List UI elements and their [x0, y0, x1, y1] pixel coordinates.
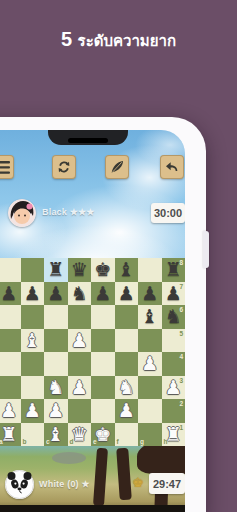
- square-e8[interactable]: ♚: [91, 258, 115, 282]
- black-pawn: ♟: [138, 282, 162, 306]
- rank-label-4: 4: [179, 353, 183, 360]
- square-c2[interactable]: ♟: [44, 399, 68, 423]
- square-g2[interactable]: [138, 399, 162, 423]
- square-e5[interactable]: [91, 329, 115, 353]
- square-d8[interactable]: ♛: [68, 258, 92, 282]
- promo-title-number: 5: [61, 28, 73, 51]
- square-a4[interactable]: [0, 352, 21, 376]
- square-g1[interactable]: g: [138, 423, 162, 447]
- square-c5[interactable]: [44, 329, 68, 353]
- black-player-avatar: [8, 199, 36, 227]
- restart-button[interactable]: [52, 155, 76, 179]
- rank-label-2: 2: [179, 400, 183, 407]
- square-e3[interactable]: [91, 376, 115, 400]
- undo-button[interactable]: [160, 155, 184, 179]
- file-label-e: e: [93, 438, 97, 445]
- white-pawn: ♟: [115, 399, 139, 423]
- rank-label-1: 1: [179, 424, 183, 431]
- square-b3[interactable]: [21, 376, 45, 400]
- white-knight: ♞: [44, 376, 68, 400]
- feather-icon: [109, 159, 125, 175]
- notation-button[interactable]: [105, 155, 129, 179]
- black-pawn: ♟: [44, 282, 68, 306]
- square-f3[interactable]: ♞: [115, 376, 139, 400]
- phone-screen: Black ★★★ 30:00 ♜♛♚♝♜8♟♟♟♞♟♟♟♟7♝♞6♝♟5♟4♞…: [0, 130, 185, 512]
- square-f6[interactable]: [115, 305, 139, 329]
- square-h3[interactable]: ♟3: [162, 376, 186, 400]
- white-knight: ♞: [115, 376, 139, 400]
- black-bishop: ♝: [138, 305, 162, 329]
- square-b6[interactable]: [21, 305, 45, 329]
- square-d6[interactable]: [68, 305, 92, 329]
- file-label-g: g: [140, 438, 144, 445]
- square-e1[interactable]: ♚e: [91, 423, 115, 447]
- square-a2[interactable]: ♟: [0, 399, 21, 423]
- black-pawn: ♟: [21, 282, 45, 306]
- square-a3[interactable]: [0, 376, 21, 400]
- rock: [52, 452, 86, 464]
- square-h4[interactable]: 4: [162, 352, 186, 376]
- square-b4[interactable]: [21, 352, 45, 376]
- square-a1[interactable]: ♜a: [0, 423, 21, 447]
- square-g4[interactable]: ♟: [138, 352, 162, 376]
- square-d5[interactable]: ♟: [68, 329, 92, 353]
- rank-label-6: 6: [179, 306, 183, 313]
- rank-label-8: 8: [179, 259, 183, 266]
- horse-leg: [116, 448, 132, 501]
- file-label-f: f: [117, 438, 119, 445]
- square-g8[interactable]: [138, 258, 162, 282]
- square-c8[interactable]: ♜: [44, 258, 68, 282]
- file-label-c: c: [46, 438, 50, 445]
- file-label-a: a: [0, 438, 3, 445]
- white-pawn: ♟: [138, 352, 162, 376]
- speaker-slot: [68, 138, 108, 143]
- white-player-avatar: [5, 470, 34, 499]
- black-knight: ♞: [68, 282, 92, 306]
- white-pawn: ♟: [0, 399, 21, 423]
- square-b7[interactable]: ♟: [21, 282, 45, 306]
- rank-label-5: 5: [179, 330, 183, 337]
- black-pawn: ♟: [91, 282, 115, 306]
- square-g3[interactable]: [138, 376, 162, 400]
- square-c7[interactable]: ♟: [44, 282, 68, 306]
- phone-notch: [48, 130, 128, 145]
- square-h8[interactable]: ♜8: [162, 258, 186, 282]
- square-d4[interactable]: [68, 352, 92, 376]
- horse-leg: [93, 448, 108, 507]
- square-b5[interactable]: ♝: [21, 329, 45, 353]
- black-pawn: ♟: [0, 282, 21, 306]
- black-player-clock: 30:00: [151, 203, 185, 223]
- black-player-name: Black ★★★: [42, 207, 95, 217]
- refresh-icon: [56, 159, 72, 175]
- square-e4[interactable]: [91, 352, 115, 376]
- square-d7[interactable]: ♞: [68, 282, 92, 306]
- black-pawn: ♟: [115, 282, 139, 306]
- bottom-dark-strip: [0, 505, 185, 512]
- file-label-h: h: [164, 438, 168, 445]
- white-pawn: ♟: [44, 399, 68, 423]
- turn-indicator-icon: ♚: [132, 476, 144, 490]
- square-f5[interactable]: [115, 329, 139, 353]
- rank-label-3: 3: [179, 377, 183, 384]
- square-d3[interactable]: ♟: [68, 376, 92, 400]
- square-a5[interactable]: [0, 329, 21, 353]
- white-pawn: ♟: [21, 399, 45, 423]
- undo-arrow-icon: [164, 159, 180, 175]
- square-f1[interactable]: f: [115, 423, 139, 447]
- promo-title-text: ระดับความยาก: [78, 29, 176, 53]
- file-label-d: d: [70, 438, 74, 445]
- square-g7[interactable]: ♟: [138, 282, 162, 306]
- screenshot-stage: 5 ระดับความยาก: [0, 0, 237, 512]
- square-d2[interactable]: [68, 399, 92, 423]
- square-h7[interactable]: ♟7: [162, 282, 186, 306]
- square-e6[interactable]: [91, 305, 115, 329]
- square-c1[interactable]: ♝c: [44, 423, 68, 447]
- square-c3[interactable]: ♞: [44, 376, 68, 400]
- white-player-name: White (0) ★: [39, 479, 90, 489]
- menu-button[interactable]: [0, 155, 14, 179]
- square-a6[interactable]: [0, 305, 21, 329]
- square-h6[interactable]: ♞6: [162, 305, 186, 329]
- square-g5[interactable]: [138, 329, 162, 353]
- square-f8[interactable]: ♝: [115, 258, 139, 282]
- rank-label-7: 7: [179, 283, 183, 290]
- white-player-clock: 29:47: [149, 473, 185, 494]
- white-pawn: ♟: [68, 329, 92, 353]
- hamburger-icon: [0, 161, 10, 174]
- square-b8[interactable]: [21, 258, 45, 282]
- chess-board: ♜♛♚♝♜8♟♟♟♞♟♟♟♟7♝♞6♝♟5♟4♞♟♞♟3♟♟♟♟2♜ab♝c♛d…: [0, 258, 185, 446]
- promo-title: 5 ระดับความยาก: [0, 28, 237, 53]
- black-queen: ♛: [68, 258, 92, 282]
- black-rook: ♜: [44, 258, 68, 282]
- black-bishop: ♝: [115, 258, 139, 282]
- square-c6[interactable]: [44, 305, 68, 329]
- square-a8[interactable]: [0, 258, 21, 282]
- square-a7[interactable]: ♟: [0, 282, 21, 306]
- white-pawn: ♟: [68, 376, 92, 400]
- square-b2[interactable]: ♟: [21, 399, 45, 423]
- square-b1[interactable]: b: [21, 423, 45, 447]
- square-h1[interactable]: ♜1h: [162, 423, 186, 447]
- white-rook: ♜: [0, 423, 21, 447]
- white-bishop: ♝: [21, 329, 45, 353]
- black-king: ♚: [91, 258, 115, 282]
- phone-side-button: [203, 231, 209, 268]
- square-h2[interactable]: 2: [162, 399, 186, 423]
- square-f7[interactable]: ♟: [115, 282, 139, 306]
- square-e2[interactable]: [91, 399, 115, 423]
- square-c4[interactable]: [44, 352, 68, 376]
- square-d1[interactable]: ♛d: [68, 423, 92, 447]
- file-label-b: b: [23, 438, 27, 445]
- square-g6[interactable]: ♝: [138, 305, 162, 329]
- square-e7[interactable]: ♟: [91, 282, 115, 306]
- square-f4[interactable]: [115, 352, 139, 376]
- square-h5[interactable]: 5: [162, 329, 186, 353]
- square-f2[interactable]: ♟: [115, 399, 139, 423]
